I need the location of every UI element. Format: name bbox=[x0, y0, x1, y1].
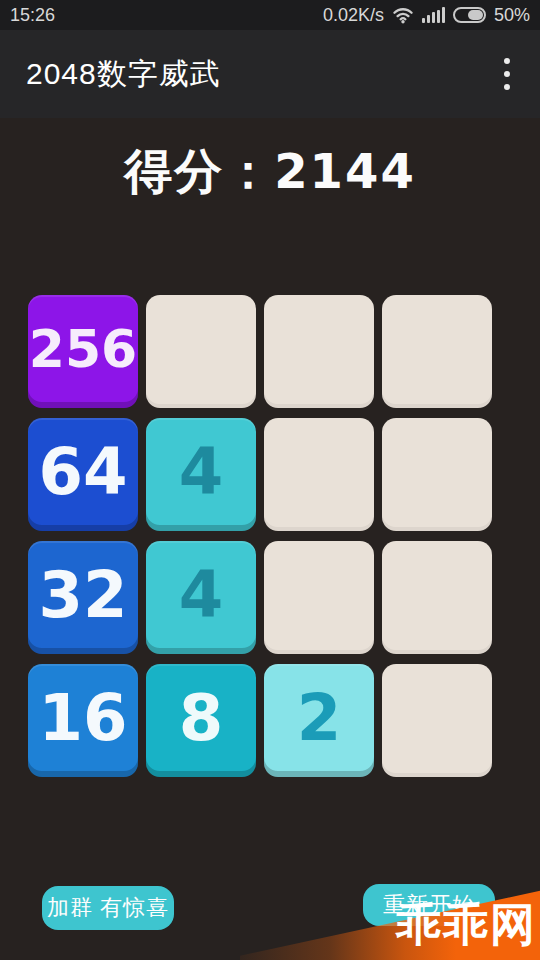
battery-percent: 50% bbox=[494, 5, 530, 26]
tile-8-r4c2: 8 bbox=[146, 664, 256, 777]
score-label: 得分： bbox=[124, 143, 274, 199]
empty-cell-r1c2 bbox=[146, 295, 256, 408]
tile-256-r1c1: 256 bbox=[28, 295, 138, 408]
empty-cell-r1c4 bbox=[382, 295, 492, 408]
signal-bars-icon bbox=[422, 7, 445, 23]
join-group-button[interactable]: 加群 有惊喜 bbox=[42, 886, 174, 930]
wifi-icon bbox=[392, 6, 414, 24]
empty-cell-r2c3 bbox=[264, 418, 374, 531]
battery-icon bbox=[453, 7, 486, 23]
tile-16-r4c1: 16 bbox=[28, 664, 138, 777]
clock: 15:26 bbox=[10, 5, 55, 26]
tile-2-r4c3: 2 bbox=[264, 664, 374, 777]
status-bar: 15:26 0.02K/s 50% bbox=[0, 0, 540, 30]
empty-cell-r4c4 bbox=[382, 664, 492, 777]
status-right-cluster: 0.02K/s 50% bbox=[323, 5, 530, 26]
board[interactable]: 2566443241682 bbox=[28, 295, 492, 777]
network-speed: 0.02K/s bbox=[323, 5, 384, 26]
score-value: 2144 bbox=[274, 143, 416, 199]
tile-4-r2c2: 4 bbox=[146, 418, 256, 531]
score-line: 得分：2144 bbox=[0, 140, 540, 204]
tile-64-r2c1: 64 bbox=[28, 418, 138, 531]
empty-cell-r2c4 bbox=[382, 418, 492, 531]
app-title: 2048数字威武 bbox=[26, 54, 221, 95]
tile-32-r3c1: 32 bbox=[28, 541, 138, 654]
overflow-menu-icon[interactable] bbox=[500, 50, 514, 98]
tile-4-r3c2: 4 bbox=[146, 541, 256, 654]
title-bar: 2048数字威武 bbox=[0, 30, 540, 118]
empty-cell-r3c3 bbox=[264, 541, 374, 654]
empty-cell-r1c3 bbox=[264, 295, 374, 408]
restart-button[interactable]: 重新开始 bbox=[363, 884, 495, 926]
empty-cell-r3c4 bbox=[382, 541, 492, 654]
